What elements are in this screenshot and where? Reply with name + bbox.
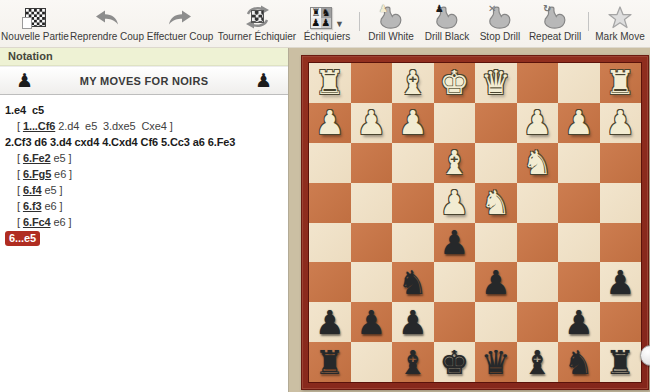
white-pawn-piece: ♟: [605, 106, 635, 139]
moves-header-bar: ♟ MY MOVES FOR NOIRS ♟: [0, 66, 288, 95]
white-bishop-piece: ♝: [398, 66, 428, 99]
board-square-e1[interactable]: ♚: [434, 63, 476, 103]
repeat-arrow-icon: ↻: [543, 4, 551, 14]
chess-trainer-window: Nouvelle Partie Reprendre Coup Effectuer…: [0, 0, 650, 392]
board-square-d6[interactable]: ♟: [475, 262, 517, 302]
board-square-d1[interactable]: ♛: [475, 63, 517, 103]
move-text: 2.d4 e5 3.dxe5 Cxe4 ]: [55, 120, 172, 132]
notation-line: [ 6.f3 e6 ]: [5, 198, 282, 214]
stop-drill-arm-icon: ✕: [487, 6, 513, 30]
white-pawn-piece: ♟: [564, 106, 594, 139]
variation-move-link[interactable]: 6.f3: [23, 200, 42, 212]
board-square-c5[interactable]: [517, 223, 559, 263]
board-square-f1[interactable]: ♝: [392, 63, 434, 103]
toolbar-label: Nouvelle Partie: [1, 31, 69, 42]
board-square-e3[interactable]: ♝: [434, 143, 476, 183]
white-knight-piece: ♞: [522, 146, 552, 179]
black-king-piece: ♚: [439, 346, 469, 379]
board-square-g2[interactable]: ♟: [351, 103, 393, 143]
board-square-a3[interactable]: [600, 143, 642, 183]
repeat-drill-arm-icon: ↻: [542, 6, 568, 30]
white-pawn-piece: ♟: [522, 106, 552, 139]
variation-move-link[interactable]: 6.Fg5: [23, 168, 51, 180]
black-pawn-piece: ♟: [564, 306, 594, 339]
board-square-g3[interactable]: [351, 143, 393, 183]
board-square-b7[interactable]: ♟: [558, 302, 600, 342]
board-square-g1[interactable]: [351, 63, 393, 103]
move-text: e6 ]: [51, 216, 72, 228]
board-square-a5[interactable]: [600, 223, 642, 263]
black-pawn-piece: ♟: [356, 306, 386, 339]
board-square-g4[interactable]: [351, 183, 393, 223]
board-square-d7[interactable]: [475, 302, 517, 342]
board-square-h4[interactable]: [309, 183, 351, 223]
move-text: e6 ]: [41, 200, 62, 212]
toolbar-separator: [359, 12, 360, 31]
board-square-f8[interactable]: ♝: [392, 342, 434, 382]
white-rook-piece: ♜: [605, 66, 635, 99]
mark-move-button[interactable]: Mark Move: [592, 0, 648, 47]
board-square-d8[interactable]: ♛: [475, 342, 517, 382]
board-square-e4[interactable]: ♟: [434, 183, 476, 223]
black-rook-icon: ♜: [311, 8, 321, 18]
white-pawn-piece: ♟: [439, 186, 469, 219]
board-square-c1[interactable]: [517, 63, 559, 103]
variation-move-link[interactable]: 6.Fe2: [23, 152, 51, 164]
black-pawn-icon: ♟: [255, 71, 272, 90]
board-square-e6[interactable]: [434, 262, 476, 302]
notation-line: [ 6.Fc4 e6 ]: [5, 214, 282, 230]
undo-move-icon: [94, 4, 120, 31]
move-text[interactable]: 2.Cf3 d6 3.d4 cxd4 4.Cxd4 Cf6 5.Cc3 a6 6…: [5, 136, 235, 148]
flip-board-icon: [244, 4, 271, 31]
board-square-h5[interactable]: [309, 223, 351, 263]
variation-move-link[interactable]: 1...Cf6: [23, 120, 55, 132]
toolbar-label: Mark Move: [595, 31, 644, 42]
board-square-a4[interactable]: [600, 183, 642, 223]
variation-move-link[interactable]: 6.f4: [23, 184, 42, 196]
board-square-f2[interactable]: ♟: [392, 103, 434, 143]
toolbar-label: Reprendre Coup: [70, 31, 144, 42]
move-text: e6 ]: [51, 168, 72, 180]
white-knight-piece: ♞: [481, 186, 511, 219]
black-rook-piece: ♜: [605, 346, 635, 379]
new-game-button[interactable]: Nouvelle Partie: [0, 0, 70, 47]
board-square-a2[interactable]: ♟: [600, 103, 642, 143]
notation-line: [ 6.Fe2 e5 ]: [5, 150, 282, 166]
moves-header-title: MY MOVES FOR NOIRS: [33, 75, 255, 87]
board-square-a6[interactable]: ♟: [600, 262, 642, 302]
board-square-c3[interactable]: ♞: [517, 143, 559, 183]
board-square-h8[interactable]: ♜: [309, 342, 351, 382]
undo-move-button[interactable]: Reprendre Coup: [70, 0, 144, 47]
boards-icon: ♜ ♞ ♟ ♟: [310, 7, 332, 29]
board-square-h6[interactable]: [309, 262, 351, 302]
black-pawn-badge-icon: ♟: [435, 4, 444, 14]
stop-drill-button[interactable]: ✕ Stop Drill: [475, 0, 525, 47]
mini-chessboard: [251, 10, 264, 23]
board-square-b4[interactable]: [558, 183, 600, 223]
board-square-c7[interactable]: [517, 302, 559, 342]
black-knight-icon: ♞: [321, 8, 331, 18]
chess-board: ♜♝♚♛♜♟♟♟♟♟♟♝♞♟♞♟♞♟♟♟♟♟♟♜♝♚♛♝♞♜: [308, 62, 642, 383]
toolbar-label: Échiquiers: [304, 31, 351, 42]
board-square-g5[interactable]: [351, 223, 393, 263]
board-square-d3[interactable]: [475, 143, 517, 183]
board-square-e5[interactable]: ♟: [434, 223, 476, 263]
notation-line: [ 6.Fg5 e6 ]: [5, 166, 282, 182]
notation-line: 2.Cf3 d6 3.d4 cxd4 4.Cxd4 Cf6 5.Cc3 a6 6…: [5, 134, 282, 150]
board-square-b8[interactable]: ♞: [558, 342, 600, 382]
board-square-f7[interactable]: ♟: [392, 302, 434, 342]
notation-line: 1.e4 c5: [5, 102, 282, 118]
black-bishop-piece: ♝: [398, 346, 428, 379]
board-square-f6[interactable]: ♞: [392, 262, 434, 302]
board-square-h2[interactable]: ♟: [309, 103, 351, 143]
board-square-f3[interactable]: [392, 143, 434, 183]
move-list: 1.e4 c5[ 1...Cf6 2.d4 e5 3.dxe5 Cxe4 ]2.…: [0, 95, 288, 246]
board-square-h3[interactable]: [309, 143, 351, 183]
variation-move-link[interactable]: 6.Fc4: [23, 216, 51, 228]
boards-menu-button[interactable]: ♜ ♞ ♟ ♟ ▼ Échiquiers: [298, 0, 356, 47]
board-square-g7[interactable]: ♟: [351, 302, 393, 342]
new-game-icon: [25, 8, 46, 27]
white-bishop-piece: ♝: [439, 146, 469, 179]
drill-white-arm-icon: ♟: [378, 6, 404, 30]
star-icon: [608, 4, 632, 31]
board-square-b5[interactable]: [558, 223, 600, 263]
black-pawn-icon: ♟: [311, 18, 321, 28]
white-queen-piece: ♛: [481, 66, 511, 99]
board-square-c2[interactable]: ♟: [517, 103, 559, 143]
toolbar-separator: [588, 12, 589, 31]
board-square-f5[interactable]: [392, 223, 434, 263]
redo-move-button[interactable]: Effectuer Coup: [144, 0, 216, 47]
board-square-f4[interactable]: [392, 183, 434, 223]
black-pawn-icon: ♟: [16, 71, 33, 90]
black-pawn-piece: ♟: [398, 306, 428, 339]
notation-panel-title: Notation: [0, 48, 288, 66]
board-square-h1[interactable]: ♜: [309, 63, 351, 103]
move-text[interactable]: 1.e4 c5: [5, 104, 44, 116]
board-square-a8[interactable]: ♜: [600, 342, 642, 382]
toolbar: Nouvelle Partie Reprendre Coup Effectuer…: [0, 0, 650, 48]
white-king-piece: ♚: [439, 66, 469, 99]
drill-white-button[interactable]: ♟ Drill White: [363, 0, 419, 47]
black-pawn-icon: ♟: [321, 18, 331, 28]
board-square-e7[interactable]: [434, 302, 476, 342]
notation-line: [ 1...Cf6 2.d4 e5 3.dxe5 Cxe4 ]: [5, 118, 282, 134]
white-pawn-piece: ♟: [356, 106, 386, 139]
toolbar-label: Stop Drill: [480, 31, 521, 42]
black-pawn-piece: ♟: [439, 226, 469, 259]
flip-board-button[interactable]: Tourner Échiquier: [216, 0, 298, 47]
black-pawn-piece: ♟: [605, 266, 635, 299]
drill-black-arm-icon: ♟: [434, 6, 460, 30]
board-square-h7[interactable]: ♟: [309, 302, 351, 342]
toolbar-label: Tourner Échiquier: [218, 31, 296, 42]
white-pawn-piece: ♟: [398, 106, 428, 139]
white-pawn-piece: ♟: [315, 106, 345, 139]
notation-line: [ 6.f4 e5 ]: [5, 182, 282, 198]
toolbar-label: Drill White: [368, 31, 414, 42]
redo-move-icon: [167, 4, 193, 31]
current-move-chip[interactable]: 6...e5: [5, 231, 40, 246]
toolbar-label: Repeat Drill: [529, 31, 581, 42]
white-pawn-badge-icon: ♟: [379, 4, 388, 14]
board-square-a7[interactable]: [600, 302, 642, 342]
board-square-e2[interactable]: [434, 103, 476, 143]
black-pawn-piece: ♟: [315, 306, 345, 339]
stop-cross-icon: ✕: [488, 4, 496, 14]
toolbar-label: Drill Black: [425, 31, 469, 42]
board-square-b1[interactable]: [558, 63, 600, 103]
board-square-c4[interactable]: [517, 183, 559, 223]
board-square-d5[interactable]: [475, 223, 517, 263]
board-square-c8[interactable]: ♝: [517, 342, 559, 382]
black-rook-piece: ♜: [315, 346, 345, 379]
move-text: e5 ]: [51, 152, 72, 164]
board-square-g8[interactable]: [351, 342, 393, 382]
notation-line: 6...e5: [5, 230, 282, 246]
board-square-b3[interactable]: [558, 143, 600, 183]
black-pawn-piece: ♟: [481, 266, 511, 299]
black-knight-piece: ♞: [398, 266, 428, 299]
board-square-c6[interactable]: [517, 262, 559, 302]
white-rook-piece: ♜: [315, 66, 345, 99]
black-bishop-piece: ♝: [522, 346, 552, 379]
chevron-down-icon[interactable]: ▼: [335, 19, 344, 29]
drill-black-button[interactable]: ♟ Drill Black: [419, 0, 475, 47]
board-square-g6[interactable]: [351, 262, 393, 302]
toolbar-label: Effectuer Coup: [147, 31, 214, 42]
board-square-d2[interactable]: [475, 103, 517, 143]
board-square-b2[interactable]: ♟: [558, 103, 600, 143]
notation-panel: Notation ♟ MY MOVES FOR NOIRS ♟ 1.e4 c5[…: [0, 48, 289, 392]
board-frame: ♜♝♚♛♜♟♟♟♟♟♟♝♞♟♞♟♞♟♟♟♟♟♟♜♝♚♛♝♞♜: [301, 55, 649, 390]
board-square-e8[interactable]: ♚: [434, 342, 476, 382]
black-knight-piece: ♞: [564, 346, 594, 379]
repeat-drill-button[interactable]: ↻ Repeat Drill: [525, 0, 585, 47]
board-area: ♜♝♚♛♜♟♟♟♟♟♟♝♞♟♞♟♞♟♟♟♟♟♟♜♝♚♛♝♞♜: [289, 48, 650, 392]
board-square-a1[interactable]: ♜: [600, 63, 642, 103]
board-square-b6[interactable]: [558, 262, 600, 302]
move-text: e5 ]: [41, 184, 62, 196]
board-square-d4[interactable]: ♞: [475, 183, 517, 223]
black-queen-piece: ♛: [481, 346, 511, 379]
